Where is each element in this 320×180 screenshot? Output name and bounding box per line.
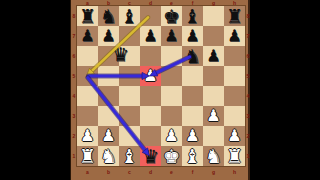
piece-black-pawn[interactable]: ♟ bbox=[164, 28, 178, 44]
square-e4[interactable] bbox=[161, 86, 182, 106]
square-e8[interactable]: ♚ bbox=[161, 6, 182, 26]
file-label-bottom-c: c bbox=[119, 170, 140, 175]
square-h1[interactable]: ♜ bbox=[224, 146, 245, 166]
square-g4[interactable] bbox=[203, 86, 224, 106]
rank-label-left-3: 3 bbox=[71, 114, 77, 119]
square-g7[interactable] bbox=[203, 26, 224, 46]
rank-label-left-6: 6 bbox=[71, 54, 77, 59]
file-label-bottom-e: e bbox=[161, 170, 182, 175]
piece-white-bishop[interactable]: ♝ bbox=[184, 147, 201, 166]
rank-label-right-4: 4 bbox=[245, 94, 251, 99]
square-e5[interactable] bbox=[161, 66, 182, 86]
square-d3[interactable] bbox=[140, 106, 161, 126]
square-d1[interactable]: ♛ bbox=[140, 146, 161, 166]
square-e3[interactable] bbox=[161, 106, 182, 126]
square-c1[interactable]: ♝ bbox=[119, 146, 140, 166]
piece-white-rook[interactable]: ♜ bbox=[226, 147, 243, 166]
square-c3[interactable] bbox=[119, 106, 140, 126]
square-c4[interactable] bbox=[119, 86, 140, 106]
square-a1[interactable]: ♜ bbox=[77, 146, 98, 166]
square-g5[interactable] bbox=[203, 66, 224, 86]
square-f4[interactable] bbox=[182, 86, 203, 106]
square-g8[interactable] bbox=[203, 6, 224, 26]
piece-white-king[interactable]: ♚ bbox=[163, 147, 180, 166]
square-c6[interactable]: ♛ bbox=[119, 46, 140, 66]
piece-black-pawn[interactable]: ♟ bbox=[80, 28, 94, 44]
square-h8[interactable]: ♜ bbox=[224, 6, 245, 26]
square-c2[interactable] bbox=[119, 126, 140, 146]
piece-white-pawn[interactable]: ♟ bbox=[227, 128, 241, 144]
square-g2[interactable] bbox=[203, 126, 224, 146]
square-d7[interactable]: ♟ bbox=[140, 26, 161, 46]
square-a7[interactable]: ♟ bbox=[77, 26, 98, 46]
square-h6[interactable] bbox=[224, 46, 245, 66]
rank-label-right-8: 8 bbox=[245, 14, 251, 19]
chess-board-frame: ♜♞♝♚♝♜♟♟♟♟♟♟♛♞♟♟♟♟♟♟♟♟♜♞♝♛♚♝♞♜ aabbccdde… bbox=[70, 0, 250, 180]
file-label-bottom-b: b bbox=[98, 170, 119, 175]
square-e2[interactable]: ♟ bbox=[161, 126, 182, 146]
file-label-bottom-a: a bbox=[77, 170, 98, 175]
file-label-bottom-d: d bbox=[140, 170, 161, 175]
square-d2[interactable] bbox=[140, 126, 161, 146]
file-label-bottom-f: f bbox=[182, 170, 203, 175]
square-a6[interactable] bbox=[77, 46, 98, 66]
piece-white-pawn[interactable]: ♟ bbox=[206, 108, 220, 124]
square-f7[interactable]: ♟ bbox=[182, 26, 203, 46]
square-d8[interactable] bbox=[140, 6, 161, 26]
piece-black-knight[interactable]: ♞ bbox=[100, 7, 117, 26]
square-a5[interactable] bbox=[77, 66, 98, 86]
square-b4[interactable] bbox=[98, 86, 119, 106]
square-g3[interactable]: ♟ bbox=[203, 106, 224, 126]
piece-black-pawn[interactable]: ♟ bbox=[143, 28, 157, 44]
square-g1[interactable]: ♞ bbox=[203, 146, 224, 166]
square-e7[interactable]: ♟ bbox=[161, 26, 182, 46]
chess-board: ♜♞♝♚♝♜♟♟♟♟♟♟♛♞♟♟♟♟♟♟♟♟♜♞♝♛♚♝♞♜ bbox=[77, 6, 245, 166]
rank-label-right-5: 5 bbox=[245, 74, 251, 79]
rank-label-left-7: 7 bbox=[71, 34, 77, 39]
rank-label-left-4: 4 bbox=[71, 94, 77, 99]
piece-white-pawn[interactable]: ♟ bbox=[101, 128, 115, 144]
piece-black-pawn[interactable]: ♟ bbox=[227, 28, 241, 44]
rank-label-left-1: 1 bbox=[71, 154, 77, 159]
rank-label-left-8: 8 bbox=[71, 14, 77, 19]
piece-black-rook[interactable]: ♜ bbox=[79, 7, 96, 26]
rank-label-right-1: 1 bbox=[245, 154, 251, 159]
square-f1[interactable]: ♝ bbox=[182, 146, 203, 166]
square-h2[interactable]: ♟ bbox=[224, 126, 245, 146]
file-label-top-d: d bbox=[140, 1, 161, 6]
piece-white-rook[interactable]: ♜ bbox=[79, 147, 96, 166]
square-f8[interactable]: ♝ bbox=[182, 6, 203, 26]
square-f3[interactable] bbox=[182, 106, 203, 126]
rank-label-right-2: 2 bbox=[245, 134, 251, 139]
square-b5[interactable] bbox=[98, 66, 119, 86]
square-b1[interactable]: ♞ bbox=[98, 146, 119, 166]
piece-white-bishop[interactable]: ♝ bbox=[121, 147, 138, 166]
piece-black-pawn[interactable]: ♟ bbox=[206, 48, 220, 64]
rank-label-left-2: 2 bbox=[71, 134, 77, 139]
piece-white-pawn[interactable]: ♟ bbox=[185, 128, 199, 144]
square-f5[interactable] bbox=[182, 66, 203, 86]
square-d5[interactable]: ♟ bbox=[140, 66, 161, 86]
square-f6[interactable]: ♞ bbox=[182, 46, 203, 66]
file-label-top-g: g bbox=[203, 1, 224, 6]
piece-black-knight[interactable]: ♞ bbox=[184, 47, 201, 66]
square-a4[interactable] bbox=[77, 86, 98, 106]
piece-black-king[interactable]: ♚ bbox=[163, 7, 180, 26]
square-h5[interactable] bbox=[224, 66, 245, 86]
square-d4[interactable] bbox=[140, 86, 161, 106]
piece-white-knight[interactable]: ♞ bbox=[205, 147, 222, 166]
square-b3[interactable] bbox=[98, 106, 119, 126]
rank-label-right-3: 3 bbox=[245, 114, 251, 119]
piece-white-knight[interactable]: ♞ bbox=[100, 147, 117, 166]
square-e1[interactable]: ♚ bbox=[161, 146, 182, 166]
square-f2[interactable]: ♟ bbox=[182, 126, 203, 146]
square-e6[interactable] bbox=[161, 46, 182, 66]
piece-black-bishop[interactable]: ♝ bbox=[121, 7, 138, 26]
square-a3[interactable] bbox=[77, 106, 98, 126]
square-h4[interactable] bbox=[224, 86, 245, 106]
piece-black-pawn[interactable]: ♟ bbox=[185, 28, 199, 44]
piece-black-queen[interactable]: ♛ bbox=[112, 45, 129, 64]
piece-white-pawn[interactable]: ♟ bbox=[80, 128, 94, 144]
rank-label-right-7: 7 bbox=[245, 34, 251, 39]
file-label-bottom-h: h bbox=[224, 170, 245, 175]
piece-white-pawn[interactable]: ♟ bbox=[143, 68, 157, 84]
square-d6[interactable] bbox=[140, 46, 161, 66]
square-g6[interactable]: ♟ bbox=[203, 46, 224, 66]
square-c5[interactable] bbox=[119, 66, 140, 86]
rank-label-right-6: 6 bbox=[245, 54, 251, 59]
square-b2[interactable]: ♟ bbox=[98, 126, 119, 146]
square-c8[interactable]: ♝ bbox=[119, 6, 140, 26]
piece-black-rook[interactable]: ♜ bbox=[226, 7, 243, 26]
video-frame: ♜♞♝♚♝♜♟♟♟♟♟♟♛♞♟♟♟♟♟♟♟♟♜♞♝♛♚♝♞♜ aabbccdde… bbox=[0, 0, 320, 180]
square-h7[interactable]: ♟ bbox=[224, 26, 245, 46]
piece-white-pawn[interactable]: ♟ bbox=[164, 128, 178, 144]
piece-black-queen[interactable]: ♛ bbox=[142, 147, 159, 166]
square-a2[interactable]: ♟ bbox=[77, 126, 98, 146]
square-a8[interactable]: ♜ bbox=[77, 6, 98, 26]
file-label-bottom-g: g bbox=[203, 170, 224, 175]
rank-label-left-5: 5 bbox=[71, 74, 77, 79]
square-b8[interactable]: ♞ bbox=[98, 6, 119, 26]
piece-black-bishop[interactable]: ♝ bbox=[184, 7, 201, 26]
square-h3[interactable] bbox=[224, 106, 245, 126]
